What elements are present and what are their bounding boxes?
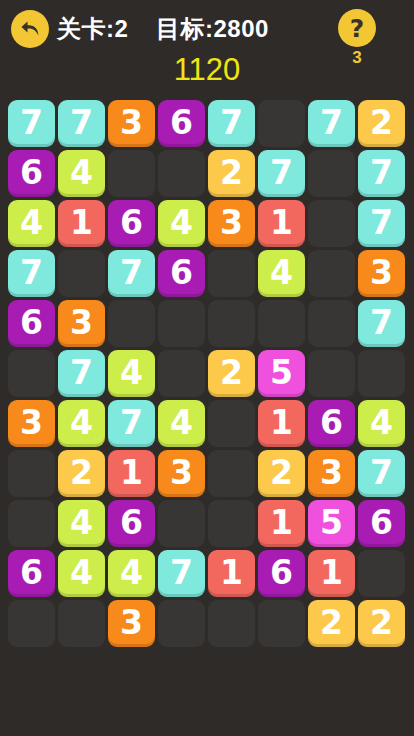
tile-3[interactable]: 3 bbox=[108, 600, 155, 647]
header-bar: 关卡:2 目标:2800 ? 3 1120 bbox=[0, 0, 414, 100]
tile-2[interactable]: 2 bbox=[258, 450, 305, 497]
tile-6[interactable]: 6 bbox=[108, 500, 155, 547]
empty-cell bbox=[8, 500, 55, 547]
tile-7[interactable]: 7 bbox=[58, 350, 105, 397]
empty-cell bbox=[158, 300, 205, 347]
tile-3[interactable]: 3 bbox=[208, 200, 255, 247]
tile-7[interactable]: 7 bbox=[358, 200, 405, 247]
tile-1[interactable]: 1 bbox=[58, 200, 105, 247]
empty-cell bbox=[308, 250, 355, 297]
tile-1[interactable]: 1 bbox=[258, 200, 305, 247]
back-arrow-icon bbox=[18, 17, 42, 41]
tile-3[interactable]: 3 bbox=[158, 450, 205, 497]
game-screen: 关卡:2 目标:2800 ? 3 1120 773677264277416431… bbox=[0, 0, 414, 736]
empty-cell bbox=[208, 250, 255, 297]
tile-1[interactable]: 1 bbox=[258, 500, 305, 547]
tile-5[interactable]: 5 bbox=[308, 500, 355, 547]
tile-6[interactable]: 6 bbox=[358, 500, 405, 547]
empty-cell bbox=[308, 150, 355, 197]
tile-2[interactable]: 2 bbox=[208, 150, 255, 197]
tile-6[interactable]: 6 bbox=[8, 150, 55, 197]
tile-7[interactable]: 7 bbox=[358, 150, 405, 197]
tile-2[interactable]: 2 bbox=[208, 350, 255, 397]
empty-cell bbox=[58, 600, 105, 647]
tile-7[interactable]: 7 bbox=[158, 550, 205, 597]
empty-cell bbox=[358, 550, 405, 597]
tile-7[interactable]: 7 bbox=[208, 100, 255, 147]
back-button[interactable] bbox=[11, 10, 49, 48]
empty-cell bbox=[8, 600, 55, 647]
tile-3[interactable]: 3 bbox=[358, 250, 405, 297]
tile-7[interactable]: 7 bbox=[258, 150, 305, 197]
tile-6[interactable]: 6 bbox=[158, 250, 205, 297]
tile-4[interactable]: 4 bbox=[58, 400, 105, 447]
empty-cell bbox=[258, 600, 305, 647]
tile-7[interactable]: 7 bbox=[308, 100, 355, 147]
tile-2[interactable]: 2 bbox=[58, 450, 105, 497]
empty-cell bbox=[158, 500, 205, 547]
tile-4[interactable]: 4 bbox=[58, 500, 105, 547]
tile-3[interactable]: 3 bbox=[8, 400, 55, 447]
empty-cell bbox=[308, 200, 355, 247]
tile-2[interactable]: 2 bbox=[308, 600, 355, 647]
tile-6[interactable]: 6 bbox=[108, 200, 155, 247]
tile-4[interactable]: 4 bbox=[258, 250, 305, 297]
game-board: 7736772642774164317776436377425347416421… bbox=[8, 100, 405, 647]
tile-4[interactable]: 4 bbox=[58, 550, 105, 597]
tile-7[interactable]: 7 bbox=[358, 300, 405, 347]
tile-3[interactable]: 3 bbox=[308, 450, 355, 497]
empty-cell bbox=[108, 300, 155, 347]
level-label: 关卡:2 bbox=[57, 13, 128, 45]
tile-7[interactable]: 7 bbox=[358, 450, 405, 497]
empty-cell bbox=[208, 600, 255, 647]
current-score: 1120 bbox=[0, 52, 414, 88]
empty-cell bbox=[8, 450, 55, 497]
tile-4[interactable]: 4 bbox=[158, 400, 205, 447]
empty-cell bbox=[208, 300, 255, 347]
tile-4[interactable]: 4 bbox=[108, 350, 155, 397]
tile-7[interactable]: 7 bbox=[108, 250, 155, 297]
tile-7[interactable]: 7 bbox=[108, 400, 155, 447]
tile-6[interactable]: 6 bbox=[8, 300, 55, 347]
empty-cell bbox=[258, 100, 305, 147]
tile-5[interactable]: 5 bbox=[258, 350, 305, 397]
help-button[interactable]: ? bbox=[338, 9, 376, 47]
empty-cell bbox=[108, 150, 155, 197]
empty-cell bbox=[158, 150, 205, 197]
empty-cell bbox=[358, 350, 405, 397]
target-label: 目标:2800 bbox=[156, 13, 269, 45]
tile-6[interactable]: 6 bbox=[8, 550, 55, 597]
empty-cell bbox=[308, 300, 355, 347]
empty-cell bbox=[8, 350, 55, 397]
empty-cell bbox=[208, 500, 255, 547]
empty-cell bbox=[308, 350, 355, 397]
empty-cell bbox=[58, 250, 105, 297]
tile-7[interactable]: 7 bbox=[58, 100, 105, 147]
tile-3[interactable]: 3 bbox=[108, 100, 155, 147]
empty-cell bbox=[258, 300, 305, 347]
tile-4[interactable]: 4 bbox=[108, 550, 155, 597]
tile-1[interactable]: 1 bbox=[308, 550, 355, 597]
tile-6[interactable]: 6 bbox=[258, 550, 305, 597]
tile-1[interactable]: 1 bbox=[108, 450, 155, 497]
question-mark-icon: ? bbox=[350, 16, 365, 41]
tile-2[interactable]: 2 bbox=[358, 100, 405, 147]
tile-3[interactable]: 3 bbox=[58, 300, 105, 347]
tile-1[interactable]: 1 bbox=[208, 550, 255, 597]
tile-7[interactable]: 7 bbox=[8, 250, 55, 297]
tile-4[interactable]: 4 bbox=[8, 200, 55, 247]
empty-cell bbox=[158, 350, 205, 397]
tile-2[interactable]: 2 bbox=[358, 600, 405, 647]
tile-6[interactable]: 6 bbox=[308, 400, 355, 447]
empty-cell bbox=[208, 450, 255, 497]
tile-6[interactable]: 6 bbox=[158, 100, 205, 147]
tile-1[interactable]: 1 bbox=[258, 400, 305, 447]
tile-4[interactable]: 4 bbox=[358, 400, 405, 447]
empty-cell bbox=[208, 400, 255, 447]
empty-cell bbox=[158, 600, 205, 647]
tile-4[interactable]: 4 bbox=[158, 200, 205, 247]
tile-7[interactable]: 7 bbox=[8, 100, 55, 147]
tile-4[interactable]: 4 bbox=[58, 150, 105, 197]
